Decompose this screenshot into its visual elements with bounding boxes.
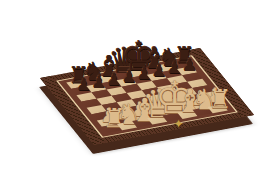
- piece-white-rook[interactable]: ♜: [202, 66, 238, 112]
- square-h1[interactable]: ♜: [208, 104, 228, 113]
- brass-clasp-icon: ✦: [172, 119, 185, 130]
- chess-board: ♜♞♝♛♚♝♞♜♟♟♟♟♟♟♟♟♟♟♟♟♟♟♟♟♜♞♝♛♚♝♞♜: [40, 48, 254, 145]
- chess-set-photo: ♜♞♝♛♚♝♞♜♟♟♟♟♟♟♟♟♟♟♟♟♟♟♟♟♜♞♝♛♚♝♞♜ ✦: [0, 0, 280, 189]
